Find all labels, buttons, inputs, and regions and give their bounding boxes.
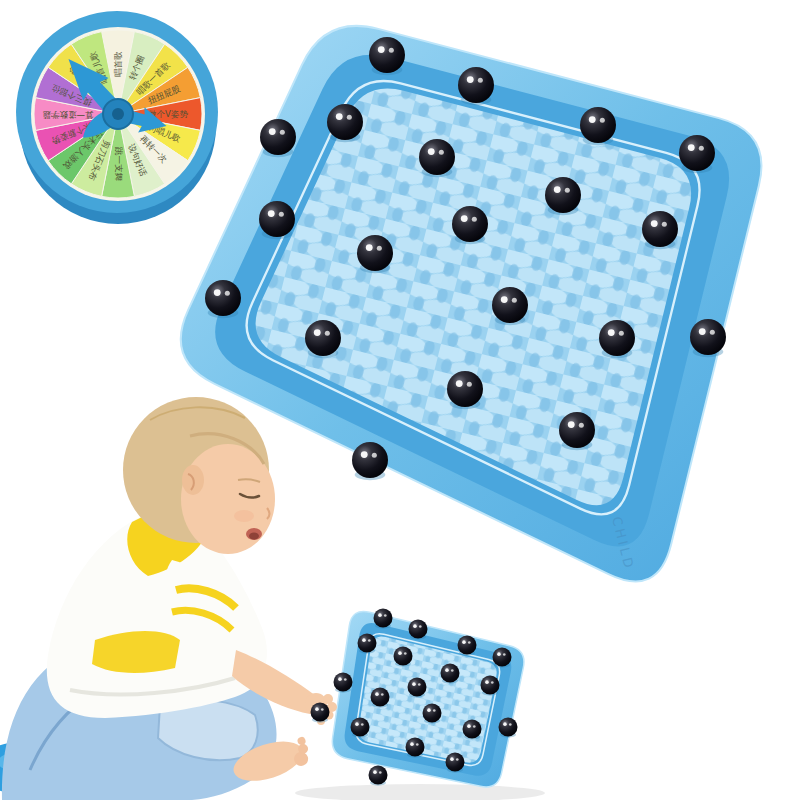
magnetic-ball [481, 676, 500, 696]
magnetic-ball [690, 319, 726, 357]
magnetic-ball [492, 287, 528, 325]
magnetic-ball [369, 766, 388, 786]
magnetic-ball [423, 704, 442, 724]
baby-shirt-patch [92, 631, 180, 673]
magnetic-ball [447, 371, 483, 409]
spinner-wheel: 唱首歌转个圈唱歌一首歌扭扭屁股做个V姿势罚唱儿歌再转一次说句好话跳一支舞剪刀石头… [16, 11, 218, 224]
magnetic-ball [446, 753, 465, 773]
spinner-segment-label: 跳一支舞 [114, 147, 124, 182]
product-photo-scene: 唱首歌转个圈唱歌一首歌扭扭屁股做个V姿势罚唱儿歌再转一次说句好话跳一支舞剪刀石头… [0, 0, 800, 800]
magnetic-ball [599, 320, 635, 358]
magnetic-ball [334, 673, 353, 693]
scene-svg: 唱首歌转个圈唱歌一首歌扭扭屁股做个V姿势罚唱儿歌再转一次说句好话跳一支舞剪刀石头… [0, 0, 800, 800]
magnetic-ball [352, 442, 388, 480]
baby-figure [0, 397, 337, 800]
magnetic-ball [371, 688, 390, 708]
magnetic-ball [409, 620, 428, 640]
baby-mouth-inner [249, 533, 259, 540]
magnetic-ball [499, 718, 518, 738]
magnetic-ball [642, 211, 678, 249]
magnetic-ball [357, 235, 393, 273]
magnetic-ball [205, 280, 241, 318]
magnetic-ball [419, 139, 455, 177]
magnetic-ball [463, 720, 482, 740]
magnetic-ball [394, 647, 413, 667]
magnetic-ball [452, 206, 488, 244]
magnetic-ball [545, 177, 581, 215]
spinner-hub-center [112, 108, 124, 120]
magnetic-ball [374, 609, 393, 629]
magnetic-ball [458, 636, 477, 656]
magnetic-ball [559, 412, 595, 450]
spinner-segment-label: 唱首歌 [113, 51, 123, 77]
magnetic-ball [406, 738, 425, 758]
magnetic-ball [369, 37, 405, 75]
magnetic-ball [679, 135, 715, 173]
magnetic-ball [351, 718, 370, 738]
magnetic-ball [260, 119, 296, 157]
magnetic-ball [441, 664, 460, 684]
magnetic-ball [327, 104, 363, 142]
magnetic-ball [493, 648, 512, 668]
magnetic-ball [408, 678, 427, 698]
magnetic-ball [458, 67, 494, 105]
baby-cheek [234, 510, 254, 522]
magnetic-ball [358, 634, 377, 654]
magnetic-ball [305, 320, 341, 358]
spinner-segment-label: 算一道数学题 [43, 110, 94, 120]
magnetic-ball [580, 107, 616, 145]
magnetic-ball [259, 201, 295, 239]
small-board-shadow [295, 784, 545, 800]
magnetic-ball [311, 703, 330, 723]
